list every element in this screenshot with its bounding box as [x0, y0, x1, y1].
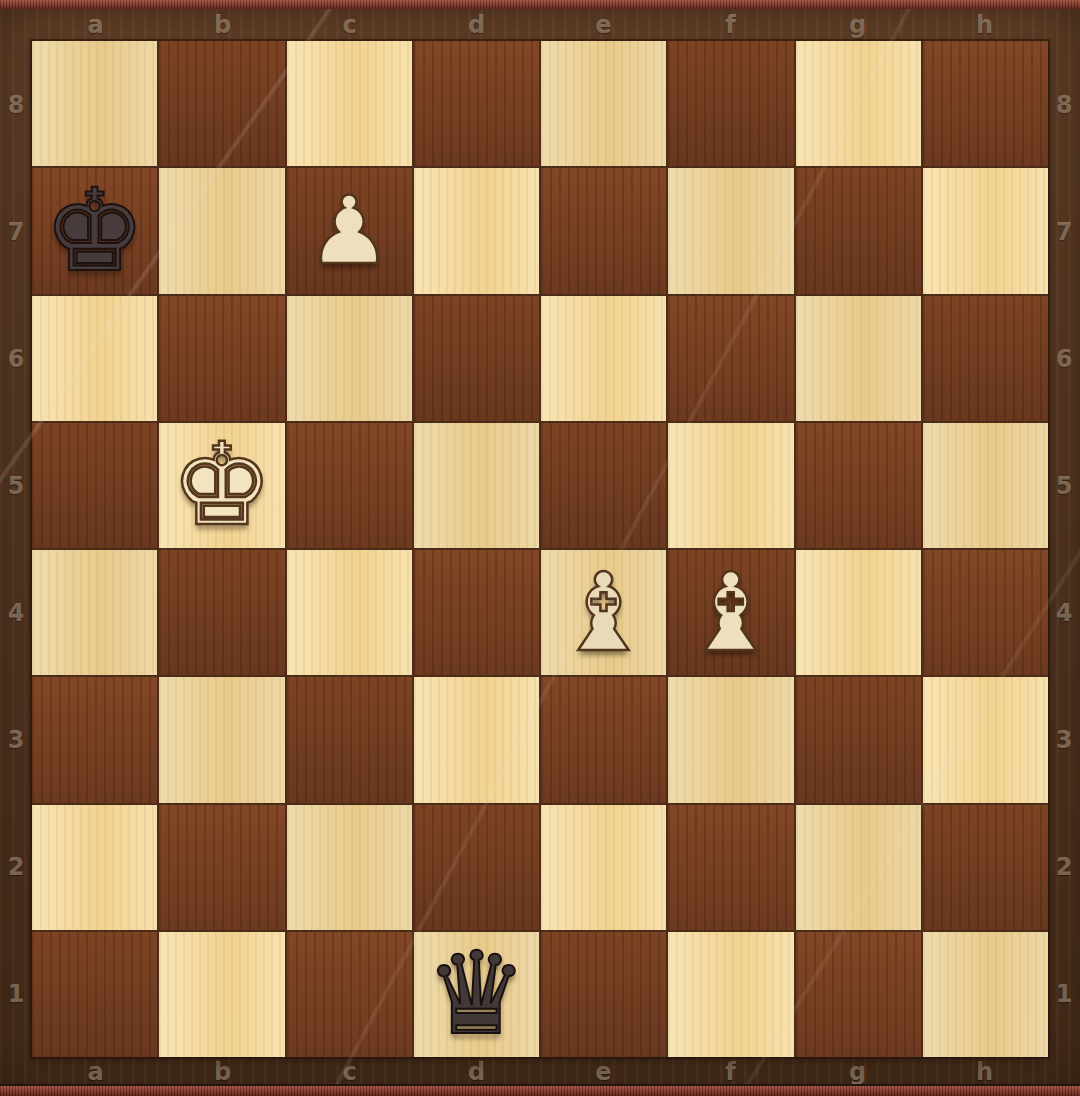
square-e5[interactable]	[541, 423, 666, 548]
square-f5[interactable]	[668, 423, 793, 548]
square-e2[interactable]	[541, 805, 666, 930]
rank-left-label-1: 1	[0, 930, 32, 1057]
file-labels-bottom: abcdefgh	[32, 1057, 1048, 1086]
file-top-label-a: a	[32, 9, 159, 41]
square-g4[interactable]	[796, 550, 921, 675]
square-a7[interactable]: ♚	[32, 168, 157, 293]
file-top-label-b: b	[159, 9, 286, 41]
square-a4[interactable]	[32, 550, 157, 675]
square-b8[interactable]	[159, 41, 284, 166]
square-g6[interactable]	[796, 296, 921, 421]
square-a8[interactable]	[32, 41, 157, 166]
rank-right-label-1: 1	[1048, 930, 1080, 1057]
square-a3[interactable]	[32, 677, 157, 802]
square-d2[interactable]	[414, 805, 539, 930]
square-f6[interactable]	[668, 296, 793, 421]
square-d3[interactable]	[414, 677, 539, 802]
file-top-label-e: e	[540, 9, 667, 41]
square-e4[interactable]: ♝	[541, 550, 666, 675]
square-g5[interactable]	[796, 423, 921, 548]
square-b2[interactable]	[159, 805, 284, 930]
square-h2[interactable]	[923, 805, 1048, 930]
square-d1[interactable]: ♛	[414, 932, 539, 1057]
rank-right-label-4: 4	[1048, 549, 1080, 676]
file-bottom-label-a: a	[32, 1057, 159, 1086]
rank-right-label-5: 5	[1048, 422, 1080, 549]
square-c1[interactable]	[287, 932, 412, 1057]
square-f4[interactable]: ♝	[668, 550, 793, 675]
square-c5[interactable]	[287, 423, 412, 548]
square-d4[interactable]	[414, 550, 539, 675]
rank-right-label-2: 2	[1048, 803, 1080, 930]
square-a6[interactable]	[32, 296, 157, 421]
square-g3[interactable]	[796, 677, 921, 802]
square-b4[interactable]	[159, 550, 284, 675]
square-g2[interactable]	[796, 805, 921, 930]
square-e1[interactable]	[541, 932, 666, 1057]
square-h5[interactable]	[923, 423, 1048, 548]
file-top-label-c: c	[286, 9, 413, 41]
square-h3[interactable]	[923, 677, 1048, 802]
piece-white-king-b5[interactable]: ♚	[171, 428, 273, 542]
chess-app: abcdefgh abcdefgh 87654321 87654321 ♚♟♚♝…	[0, 0, 1080, 1096]
square-h6[interactable]	[923, 296, 1048, 421]
rank-right-label-6: 6	[1048, 295, 1080, 422]
file-top-label-d: d	[413, 9, 540, 41]
square-b3[interactable]	[159, 677, 284, 802]
rank-right-label-7: 7	[1048, 168, 1080, 295]
file-top-label-f: f	[667, 9, 794, 41]
square-h7[interactable]	[923, 168, 1048, 293]
file-bottom-label-e: e	[540, 1057, 667, 1086]
file-top-label-h: h	[921, 9, 1048, 41]
square-a5[interactable]	[32, 423, 157, 548]
square-b5[interactable]: ♚	[159, 423, 284, 548]
square-f1[interactable]	[668, 932, 793, 1057]
piece-white-bishop-e4[interactable]: ♝	[555, 559, 652, 667]
square-d6[interactable]	[414, 296, 539, 421]
square-b1[interactable]	[159, 932, 284, 1057]
square-c6[interactable]	[287, 296, 412, 421]
square-a1[interactable]	[32, 932, 157, 1057]
square-f2[interactable]	[668, 805, 793, 930]
file-bottom-label-g: g	[794, 1057, 921, 1086]
rank-left-label-7: 7	[0, 168, 32, 295]
chess-board[interactable]: ♚♟♚♝♝♛	[32, 41, 1048, 1057]
file-bottom-label-h: h	[921, 1057, 1048, 1086]
rank-labels-left: 87654321	[0, 41, 32, 1057]
board-trim-bottom	[0, 1084, 1080, 1096]
square-d7[interactable]	[414, 168, 539, 293]
square-g1[interactable]	[796, 932, 921, 1057]
piece-black-king-a7[interactable]: ♚	[44, 174, 146, 288]
rank-left-label-3: 3	[0, 676, 32, 803]
square-e3[interactable]	[541, 677, 666, 802]
file-bottom-label-b: b	[159, 1057, 286, 1086]
file-bottom-label-d: d	[413, 1057, 540, 1086]
square-g7[interactable]	[796, 168, 921, 293]
rank-labels-right: 87654321	[1048, 41, 1080, 1057]
file-labels-top: abcdefgh	[32, 9, 1048, 41]
square-b6[interactable]	[159, 296, 284, 421]
square-d8[interactable]	[414, 41, 539, 166]
square-f7[interactable]	[668, 168, 793, 293]
square-d5[interactable]	[414, 423, 539, 548]
piece-white-bishop-f4[interactable]: ♝	[682, 559, 779, 667]
square-c2[interactable]	[287, 805, 412, 930]
square-f3[interactable]	[668, 677, 793, 802]
square-c3[interactable]	[287, 677, 412, 802]
rank-left-label-4: 4	[0, 549, 32, 676]
square-e8[interactable]	[541, 41, 666, 166]
square-c8[interactable]	[287, 41, 412, 166]
board-frame: abcdefgh abcdefgh 87654321 87654321 ♚♟♚♝…	[0, 9, 1080, 1086]
file-bottom-label-f: f	[667, 1057, 794, 1086]
file-bottom-label-c: c	[286, 1057, 413, 1086]
square-b7[interactable]	[159, 168, 284, 293]
square-f8[interactable]	[668, 41, 793, 166]
piece-black-queen-d1[interactable]: ♛	[425, 937, 527, 1051]
piece-white-pawn-c7[interactable]: ♟	[307, 184, 391, 278]
square-c7[interactable]: ♟	[287, 168, 412, 293]
file-top-label-g: g	[794, 9, 921, 41]
rank-left-label-5: 5	[0, 422, 32, 549]
square-c4[interactable]	[287, 550, 412, 675]
square-a2[interactable]	[32, 805, 157, 930]
rank-left-label-6: 6	[0, 295, 32, 422]
rank-right-label-3: 3	[1048, 676, 1080, 803]
square-h4[interactable]	[923, 550, 1048, 675]
square-h8[interactable]	[923, 41, 1048, 166]
rank-right-label-8: 8	[1048, 41, 1080, 168]
square-e6[interactable]	[541, 296, 666, 421]
rank-left-label-8: 8	[0, 41, 32, 168]
square-h1[interactable]	[923, 932, 1048, 1057]
rank-left-label-2: 2	[0, 803, 32, 930]
square-e7[interactable]	[541, 168, 666, 293]
square-g8[interactable]	[796, 41, 921, 166]
